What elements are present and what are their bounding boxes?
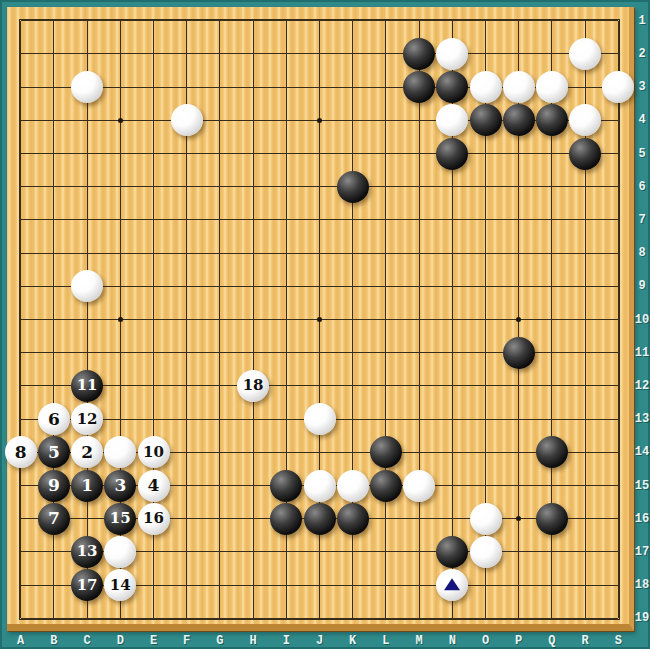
stone-C17[interactable]: 13 xyxy=(71,536,103,568)
move-number: 8 xyxy=(15,444,27,461)
stone-D16[interactable]: 15 xyxy=(104,503,136,535)
column-label-A: A xyxy=(12,634,30,648)
stone-R5[interactable] xyxy=(569,138,601,170)
move-number: 2 xyxy=(81,444,93,461)
move-number: 12 xyxy=(77,412,98,427)
column-label-B: B xyxy=(45,634,63,648)
move-number: 13 xyxy=(77,544,98,559)
star-point xyxy=(317,118,322,123)
row-label-7: 7 xyxy=(635,213,650,227)
stone-M15[interactable] xyxy=(403,470,435,502)
column-label-H: H xyxy=(244,634,262,648)
stone-C15[interactable]: 1 xyxy=(71,470,103,502)
row-label-10: 10 xyxy=(635,313,650,327)
row-label-4: 4 xyxy=(635,113,650,127)
stone-E14[interactable]: 10 xyxy=(138,436,170,468)
stone-M3[interactable] xyxy=(403,71,435,103)
star-point xyxy=(118,118,123,123)
stone-E16[interactable]: 16 xyxy=(138,503,170,535)
row-label-8: 8 xyxy=(635,246,650,260)
stone-K6[interactable] xyxy=(337,171,369,203)
stone-I16[interactable] xyxy=(270,503,302,535)
stone-C12[interactable]: 11 xyxy=(71,370,103,402)
column-label-G: G xyxy=(211,634,229,648)
stone-E15[interactable]: 4 xyxy=(138,470,170,502)
stone-K16[interactable] xyxy=(337,503,369,535)
row-label-15: 15 xyxy=(635,479,650,493)
stone-P4[interactable] xyxy=(503,104,535,136)
stone-B16[interactable]: 7 xyxy=(38,503,70,535)
stone-C18[interactable]: 17 xyxy=(71,569,103,601)
stone-D17[interactable] xyxy=(104,536,136,568)
stone-O3[interactable] xyxy=(470,71,502,103)
stone-Q14[interactable] xyxy=(536,436,568,468)
stone-L14[interactable] xyxy=(370,436,402,468)
row-label-16: 16 xyxy=(635,512,650,526)
stone-J16[interactable] xyxy=(304,503,336,535)
stone-M2[interactable] xyxy=(403,38,435,70)
column-label-L: L xyxy=(377,634,395,648)
stone-J15[interactable] xyxy=(304,470,336,502)
stone-N5[interactable] xyxy=(436,138,468,170)
stone-A14[interactable]: 8 xyxy=(5,436,37,468)
stone-O4[interactable] xyxy=(470,104,502,136)
column-label-M: M xyxy=(410,634,428,648)
column-label-O: O xyxy=(477,634,495,648)
row-label-12: 12 xyxy=(635,379,650,393)
column-label-K: K xyxy=(344,634,362,648)
move-number: 5 xyxy=(48,444,60,461)
star-point xyxy=(317,317,322,322)
row-label-5: 5 xyxy=(635,147,650,161)
row-label-14: 14 xyxy=(635,445,650,459)
row-label-9: 9 xyxy=(635,279,650,293)
stone-H12[interactable]: 18 xyxy=(237,370,269,402)
stone-B13[interactable]: 6 xyxy=(38,403,70,435)
row-label-1: 1 xyxy=(635,14,650,28)
stone-C13[interactable]: 12 xyxy=(71,403,103,435)
column-label-J: J xyxy=(311,634,329,648)
column-label-P: P xyxy=(510,634,528,648)
column-label-S: S xyxy=(609,634,627,648)
stone-J13[interactable] xyxy=(304,403,336,435)
column-label-N: N xyxy=(443,634,461,648)
move-number: 6 xyxy=(48,411,60,428)
move-number: 4 xyxy=(148,477,160,494)
star-point xyxy=(118,317,123,322)
row-label-17: 17 xyxy=(635,545,650,559)
move-number: 11 xyxy=(77,378,98,393)
column-label-Q: Q xyxy=(543,634,561,648)
stone-C3[interactable] xyxy=(71,71,103,103)
stone-Q4[interactable] xyxy=(536,104,568,136)
stone-P11[interactable] xyxy=(503,337,535,369)
stone-O17[interactable] xyxy=(470,536,502,568)
go-board-app: 111861285210913471516131714 ABCDEFGHIJKL… xyxy=(0,0,650,649)
stone-R2[interactable] xyxy=(569,38,601,70)
stone-I15[interactable] xyxy=(270,470,302,502)
triangle-marker xyxy=(444,578,460,590)
stone-N2[interactable] xyxy=(436,38,468,70)
move-number: 17 xyxy=(77,578,98,593)
column-label-F: F xyxy=(178,634,196,648)
move-number: 16 xyxy=(143,511,164,526)
column-label-E: E xyxy=(145,634,163,648)
move-number: 1 xyxy=(81,477,93,494)
move-number: 14 xyxy=(110,578,131,593)
row-label-19: 19 xyxy=(635,611,650,625)
row-label-2: 2 xyxy=(635,47,650,61)
stone-B15[interactable]: 9 xyxy=(38,470,70,502)
stone-P3[interactable] xyxy=(503,71,535,103)
move-number: 15 xyxy=(110,511,131,526)
column-label-R: R xyxy=(576,634,594,648)
row-label-18: 18 xyxy=(635,578,650,592)
row-label-3: 3 xyxy=(635,80,650,94)
column-label-D: D xyxy=(111,634,129,648)
stone-L15[interactable] xyxy=(370,470,402,502)
stone-Q16[interactable] xyxy=(536,503,568,535)
row-label-11: 11 xyxy=(635,346,650,360)
stone-N17[interactable] xyxy=(436,536,468,568)
column-label-I: I xyxy=(277,634,295,648)
stone-Q3[interactable] xyxy=(536,71,568,103)
stone-B14[interactable]: 5 xyxy=(38,436,70,468)
stone-K15[interactable] xyxy=(337,470,369,502)
row-label-13: 13 xyxy=(635,412,650,426)
move-number: 10 xyxy=(143,445,164,460)
move-number: 9 xyxy=(48,477,60,494)
stone-F4[interactable] xyxy=(171,104,203,136)
move-number: 18 xyxy=(243,378,264,393)
move-number: 7 xyxy=(48,510,60,527)
row-label-6: 6 xyxy=(635,180,650,194)
stone-O16[interactable] xyxy=(470,503,502,535)
move-number: 3 xyxy=(114,477,126,494)
column-label-C: C xyxy=(78,634,96,648)
stone-D15[interactable]: 3 xyxy=(104,470,136,502)
